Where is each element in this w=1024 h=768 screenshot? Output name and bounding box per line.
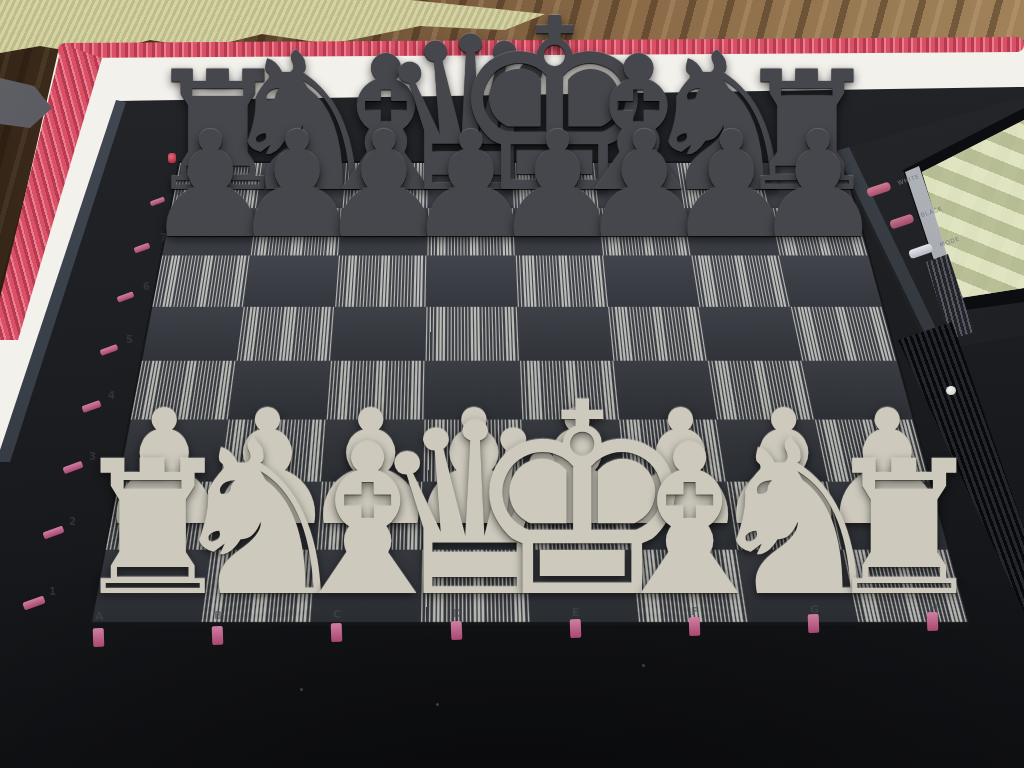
piece-white-rook[interactable]: ♜ xyxy=(821,436,987,621)
dust-speck xyxy=(642,664,645,667)
square-c5[interactable] xyxy=(331,306,426,360)
rank-label: 6 xyxy=(143,281,150,292)
dust-speck xyxy=(436,703,439,706)
rank-label: 1 xyxy=(49,586,56,597)
square-h5[interactable] xyxy=(791,306,897,360)
square-b5[interactable] xyxy=(236,306,334,360)
dust-speck xyxy=(300,688,303,691)
square-g5[interactable] xyxy=(700,306,803,360)
rank-label: 5 xyxy=(126,334,133,345)
photo-scene: 87654321ABCDEFGH WHITE BLACK MODE ♜♞♝♛♚♝… xyxy=(0,0,1024,768)
square-a5[interactable] xyxy=(142,306,244,360)
piece-black-pawn[interactable]: ♟ xyxy=(752,112,884,259)
